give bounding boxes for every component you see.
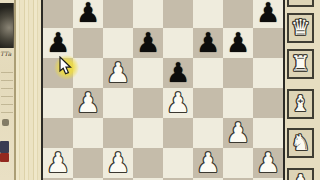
white-pawn[interactable]: ♟ [196,148,220,178]
white-pawn[interactable]: ♟ [106,148,130,178]
board-square[interactable]: ♟ [223,118,253,148]
board-square[interactable] [193,88,223,118]
board-square[interactable] [43,58,73,88]
board-square[interactable] [253,28,283,58]
board-square[interactable] [133,178,163,180]
board-square[interactable] [43,88,73,118]
board-square[interactable]: ♟ [103,58,133,88]
white-pawn[interactable]: ♟ [256,148,280,178]
queen-icon: ♛ [291,15,311,41]
board-square[interactable]: ♟ [193,148,223,178]
sidebar-image [0,3,14,48]
bishop-icon: ♝ [291,91,311,117]
board-square[interactable] [103,178,133,180]
board-square[interactable] [193,178,223,180]
pawn-palette-button[interactable]: ♟ [287,168,314,180]
board-square[interactable] [193,58,223,88]
rook-icon: ♜ [291,51,311,77]
board-square[interactable] [73,28,103,58]
black-pawn[interactable]: ♟ [256,0,280,28]
white-pawn[interactable]: ♟ [226,118,250,148]
board-square[interactable] [223,148,253,178]
board-square[interactable]: ♟ [163,88,193,118]
sidebar-thumbnail-red [0,153,9,162]
board-square[interactable] [43,118,73,148]
board-square[interactable] [223,58,253,88]
board-square[interactable] [223,88,253,118]
board-square[interactable] [223,0,253,28]
board-square[interactable]: ♟ [73,0,103,28]
sidebar-text-lines [1,72,13,120]
board-square[interactable] [253,178,283,180]
pawn-icon: ♟ [291,170,311,180]
board-square[interactable] [133,118,163,148]
board-square[interactable] [253,58,283,88]
black-pawn[interactable]: ♟ [196,28,220,58]
board-square[interactable]: ♟ [103,148,133,178]
board-square[interactable] [163,0,193,28]
sidebar-thumbnail [0,141,9,153]
knight-palette-button[interactable]: ♞ [287,128,314,158]
board-square[interactable]: ♟ [43,28,73,58]
board-square[interactable] [253,88,283,118]
black-pawn[interactable]: ♟ [76,0,100,28]
white-pawn[interactable]: ♟ [76,88,100,118]
board-square[interactable] [163,148,193,178]
bishop-palette-button[interactable]: ♝ [287,89,314,119]
scroll-edge-strip [16,0,41,180]
white-pawn[interactable]: ♟ [106,58,130,88]
board-square[interactable] [73,148,103,178]
board-square[interactable] [43,178,73,180]
board-square[interactable]: ♟ [223,28,253,58]
chess-board[interactable]: ♟♟♟♟♟♟♟♟♟♟♟♟♟♟♟ [41,0,285,180]
black-pawn[interactable]: ♟ [226,28,250,58]
board-square[interactable] [163,178,193,180]
board-square[interactable] [103,118,133,148]
board-square[interactable] [133,88,163,118]
board-square[interactable] [43,0,73,28]
app-window: TTa ♟♟♟♟♟♟♟♟♟♟♟♟♟♟♟ ♚♛♜♝♞♟ [0,0,320,180]
board-square[interactable]: ♟ [193,28,223,58]
knight-icon: ♞ [291,130,311,156]
board-square[interactable] [103,0,133,28]
board-square[interactable] [73,118,103,148]
board-square[interactable] [133,148,163,178]
board-square[interactable] [253,118,283,148]
board-square[interactable] [163,118,193,148]
board-square[interactable] [193,0,223,28]
board-square[interactable] [103,88,133,118]
board-square[interactable] [163,28,193,58]
queen-palette-button[interactable]: ♛ [287,13,314,43]
board-square[interactable]: ♟ [253,0,283,28]
board-square[interactable]: ♟ [73,88,103,118]
board-square[interactable] [73,178,103,180]
king-icon: ♚ [291,0,311,5]
board-square[interactable] [103,28,133,58]
sidebar-caption: TTa [0,50,15,57]
board-square[interactable] [73,58,103,88]
board-square[interactable]: ♟ [133,28,163,58]
board-square[interactable]: ♟ [43,148,73,178]
sidebar-mark [2,119,9,126]
black-pawn[interactable]: ♟ [166,58,190,88]
white-pawn[interactable]: ♟ [166,88,190,118]
board-square[interactable]: ♟ [163,58,193,88]
board-square[interactable]: ♟ [253,148,283,178]
board-square[interactable] [193,118,223,148]
white-pawn[interactable]: ♟ [46,148,70,178]
king-palette-button[interactable]: ♚ [287,0,314,7]
rook-palette-button[interactable]: ♜ [287,49,314,79]
board-square[interactable] [133,58,163,88]
board-square[interactable] [223,178,253,180]
black-pawn[interactable]: ♟ [136,28,160,58]
board-square[interactable] [133,0,163,28]
black-pawn[interactable]: ♟ [46,28,70,58]
